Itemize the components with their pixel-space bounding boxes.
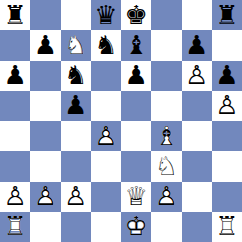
white-piece-outline-glyph: ♙ xyxy=(61,182,91,212)
black-piece-glyph: ♟ xyxy=(182,30,212,60)
piece-white-pawn[interactable]: ♟♙ xyxy=(151,182,181,212)
square-g2[interactable] xyxy=(182,182,212,212)
square-f3[interactable]: ♞♘ xyxy=(151,151,181,181)
piece-black-pawn[interactable]: ♟ xyxy=(212,61,242,91)
square-a5[interactable] xyxy=(0,91,30,121)
black-piece-glyph: ♟ xyxy=(30,30,60,60)
square-c4[interactable] xyxy=(61,121,91,151)
piece-black-pawn[interactable]: ♟ xyxy=(61,91,91,121)
black-piece-glyph: ♞ xyxy=(91,30,121,60)
square-f5[interactable] xyxy=(151,91,181,121)
square-e4[interactable] xyxy=(121,121,151,151)
black-piece-glyph: ♜ xyxy=(212,0,242,30)
white-piece-outline-glyph: ♙ xyxy=(151,182,181,212)
square-a6[interactable]: ♟ xyxy=(0,61,30,91)
white-piece-outline-glyph: ♙ xyxy=(182,61,212,91)
piece-black-pawn[interactable]: ♟ xyxy=(30,30,60,60)
square-a1[interactable]: ♜♖ xyxy=(0,212,30,242)
white-piece-outline-glyph: ♙ xyxy=(30,182,60,212)
white-piece-outline-glyph: ♙ xyxy=(212,91,242,121)
square-h8[interactable]: ♜ xyxy=(212,0,242,30)
square-f4[interactable]: ♝♗ xyxy=(151,121,181,151)
black-piece-glyph: ♚ xyxy=(121,0,151,30)
black-piece-glyph: ♝ xyxy=(121,30,151,60)
piece-white-pawn[interactable]: ♟♙ xyxy=(0,182,30,212)
square-f1[interactable] xyxy=(151,212,181,242)
square-b2[interactable]: ♟♙ xyxy=(30,182,60,212)
piece-black-knight[interactable]: ♞ xyxy=(91,30,121,60)
square-a2[interactable]: ♟♙ xyxy=(0,182,30,212)
square-h6[interactable]: ♟ xyxy=(212,61,242,91)
square-c5[interactable]: ♟ xyxy=(61,91,91,121)
piece-black-pawn[interactable]: ♟ xyxy=(0,61,30,91)
square-h3[interactable] xyxy=(212,151,242,181)
square-b4[interactable] xyxy=(30,121,60,151)
square-b7[interactable]: ♟ xyxy=(30,30,60,60)
piece-black-queen[interactable]: ♛ xyxy=(91,0,121,30)
piece-white-pawn[interactable]: ♟♙ xyxy=(91,121,121,151)
square-d1[interactable] xyxy=(91,212,121,242)
piece-white-rook[interactable]: ♜♖ xyxy=(0,212,30,242)
square-g3[interactable] xyxy=(182,151,212,181)
square-e8[interactable]: ♚ xyxy=(121,0,151,30)
square-e2[interactable]: ♛♕ xyxy=(121,182,151,212)
black-piece-glyph: ♟ xyxy=(212,61,242,91)
square-c1[interactable] xyxy=(61,212,91,242)
piece-black-pawn[interactable]: ♟ xyxy=(182,30,212,60)
piece-white-pawn[interactable]: ♟♙ xyxy=(61,182,91,212)
square-e5[interactable] xyxy=(121,91,151,121)
square-d8[interactable]: ♛ xyxy=(91,0,121,30)
square-c6[interactable]: ♞ xyxy=(61,61,91,91)
black-piece-glyph: ♟ xyxy=(0,61,30,91)
white-piece-outline-glyph: ♘ xyxy=(151,151,181,181)
square-a7[interactable] xyxy=(0,30,30,60)
square-b5[interactable] xyxy=(30,91,60,121)
square-h2[interactable] xyxy=(212,182,242,212)
piece-black-knight[interactable]: ♞ xyxy=(61,61,91,91)
piece-black-rook[interactable]: ♜ xyxy=(0,0,30,30)
square-e7[interactable]: ♝ xyxy=(121,30,151,60)
square-d4[interactable]: ♟♙ xyxy=(91,121,121,151)
square-a3[interactable] xyxy=(0,151,30,181)
square-d2[interactable] xyxy=(91,182,121,212)
white-piece-outline-glyph: ♙ xyxy=(91,121,121,151)
square-b1[interactable] xyxy=(30,212,60,242)
square-g7[interactable]: ♟ xyxy=(182,30,212,60)
square-f7[interactable] xyxy=(151,30,181,60)
piece-white-knight[interactable]: ♞♘ xyxy=(61,30,91,60)
piece-black-bishop[interactable]: ♝ xyxy=(121,30,151,60)
square-e6[interactable]: ♟ xyxy=(121,61,151,91)
square-a8[interactable]: ♜ xyxy=(0,0,30,30)
square-c8[interactable] xyxy=(61,0,91,30)
square-g1[interactable] xyxy=(182,212,212,242)
square-b8[interactable] xyxy=(30,0,60,30)
white-piece-outline-glyph: ♗ xyxy=(151,121,181,151)
square-c2[interactable]: ♟♙ xyxy=(61,182,91,212)
square-d5[interactable] xyxy=(91,91,121,121)
chess-board: ♜♛♚♜♟♞♘♞♝♟♟♞♟♟♙♟♟♟♙♟♙♝♗♞♘♟♙♟♙♟♙♛♕♟♙♜♖♚♔♜… xyxy=(0,0,242,242)
piece-white-pawn[interactable]: ♟♙ xyxy=(182,61,212,91)
white-piece-outline-glyph: ♖ xyxy=(0,212,30,242)
square-e3[interactable] xyxy=(121,151,151,181)
square-f2[interactable]: ♟♙ xyxy=(151,182,181,212)
square-a4[interactable] xyxy=(0,121,30,151)
square-b3[interactable] xyxy=(30,151,60,181)
piece-black-king[interactable]: ♚ xyxy=(121,0,151,30)
black-piece-glyph: ♜ xyxy=(0,0,30,30)
square-g4[interactable] xyxy=(182,121,212,151)
square-h5[interactable]: ♟♙ xyxy=(212,91,242,121)
square-e1[interactable]: ♚♔ xyxy=(121,212,151,242)
square-f6[interactable] xyxy=(151,61,181,91)
white-piece-outline-glyph: ♕ xyxy=(121,182,151,212)
square-h7[interactable] xyxy=(212,30,242,60)
black-piece-glyph: ♟ xyxy=(121,61,151,91)
white-piece-outline-glyph: ♙ xyxy=(0,182,30,212)
square-f8[interactable] xyxy=(151,0,181,30)
white-piece-outline-glyph: ♖ xyxy=(212,212,242,242)
black-piece-glyph: ♞ xyxy=(61,61,91,91)
square-h1[interactable]: ♜♖ xyxy=(212,212,242,242)
square-g5[interactable] xyxy=(182,91,212,121)
square-d6[interactable] xyxy=(91,61,121,91)
square-g8[interactable] xyxy=(182,0,212,30)
piece-white-queen[interactable]: ♛♕ xyxy=(121,182,151,212)
piece-white-pawn[interactable]: ♟♙ xyxy=(212,91,242,121)
piece-white-knight[interactable]: ♞♘ xyxy=(151,151,181,181)
square-d3[interactable] xyxy=(91,151,121,181)
square-c7[interactable]: ♞♘ xyxy=(61,30,91,60)
piece-black-rook[interactable]: ♜ xyxy=(212,0,242,30)
square-g6[interactable]: ♟♙ xyxy=(182,61,212,91)
piece-black-pawn[interactable]: ♟ xyxy=(121,61,151,91)
piece-white-pawn[interactable]: ♟♙ xyxy=(30,182,60,212)
white-piece-outline-glyph: ♘ xyxy=(61,30,91,60)
square-b6[interactable] xyxy=(30,61,60,91)
piece-white-bishop[interactable]: ♝♗ xyxy=(151,121,181,151)
square-h4[interactable] xyxy=(212,121,242,151)
square-d7[interactable]: ♞ xyxy=(91,30,121,60)
piece-white-king[interactable]: ♚♔ xyxy=(121,212,151,242)
black-piece-glyph: ♛ xyxy=(91,0,121,30)
black-piece-glyph: ♟ xyxy=(61,91,91,121)
piece-white-rook[interactable]: ♜♖ xyxy=(212,212,242,242)
white-piece-outline-glyph: ♔ xyxy=(121,212,151,242)
square-c3[interactable] xyxy=(61,151,91,181)
